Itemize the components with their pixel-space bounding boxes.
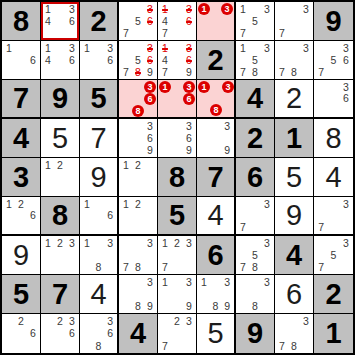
pencil-marks: 378 [276,42,312,78]
cell-r5c5[interactable]: 8 [158,158,197,197]
cell-r4c8[interactable]: 1 [275,119,314,158]
candidate-4: 4 [42,15,54,27]
candidate-3: 3 [104,42,116,54]
pencil-marks: 13467 [159,3,195,39]
given-digit: 7 [207,163,223,192]
candidate-3: 3 [340,198,352,210]
candidate-6: 6 [27,327,39,339]
candidate-6: 6 [104,210,116,222]
candidate-8: 8 [93,261,105,273]
candidate-6: 6 [27,210,39,222]
pencil-marks: 1237 [159,237,195,273]
cell-r4c9[interactable]: 8 [314,119,353,158]
pencil-marks: 13 [198,3,233,39]
pencil-marks: 357 [315,237,352,273]
cell-r4c3[interactable]: 7 [80,119,119,158]
candidate-1: 1 [42,159,54,171]
cell-r1c9[interactable]: 9 [314,2,353,41]
candidate-6: 6 [104,54,116,66]
pencil-marks: 236 [42,315,78,352]
candidate-3: 3 [261,3,273,15]
given-digit: 4 [286,241,302,270]
candidate-7: 7 [237,27,249,39]
entered-digit: 8 [325,124,341,153]
cell-r9c4[interactable]: 4 [119,314,158,353]
given-digit: 9 [247,319,263,348]
candidate-3: 3 [340,81,352,93]
candidate-6: 6 [183,132,195,144]
pencil-marks: 126 [3,198,39,233]
cell-r1c2[interactable]: 1346 [41,2,80,41]
candidate-6: 6 [340,54,352,66]
cell-r7c4[interactable]: 378 [119,236,158,275]
pencil-marks: 378 [120,237,156,273]
candidate-9: 9 [144,300,156,312]
cell-r7c8[interactable]: 4 [275,236,314,275]
cell-r3c6[interactable]: 138 [197,80,236,119]
pencil-marks: 12 [120,159,156,195]
candidate-3: 3 [221,276,233,288]
cell-r5c9[interactable]: 4 [314,158,353,197]
candidate-6-circled: 6 [144,93,156,105]
pencil-marks: 138 [81,237,116,273]
cell-r9c6[interactable]: 5 [197,314,236,353]
given-digit: 6 [207,241,223,270]
cell-r9c8[interactable]: 378 [275,314,314,353]
entered-digit: 2 [286,84,302,113]
candidate-7: 7 [159,340,171,352]
cell-r4c4[interactable]: 369 [119,119,158,158]
candidate-3: 3 [221,120,233,132]
cell-r9c2[interactable]: 236 [41,314,80,353]
candidate-3: 3 [261,42,273,54]
candidate-6: 6 [144,132,156,144]
candidate-7: 7 [315,66,327,78]
pencil-marks: 37 [237,198,273,233]
cell-r8c4[interactable]: 389 [119,275,158,314]
cell-r3c2[interactable]: 9 [41,80,80,119]
candidate-5: 5 [132,54,144,66]
pencil-marks: 356789 [120,42,156,78]
cell-r4c5[interactable]: 369 [158,119,197,158]
cell-r9c3[interactable]: 368 [80,314,119,353]
cell-r2c2[interactable]: 1346 [41,41,80,80]
candidate-3: 3 [66,42,78,54]
pencil-marks: 37 [276,3,312,39]
candidate-1: 1 [120,159,132,171]
cell-r4c6[interactable]: 39 [197,119,236,158]
candidate-3-struck: 3 [183,42,195,54]
candidate-1: 1 [42,3,54,15]
entered-digit: 5 [286,163,302,192]
candidate-3-struck: 3 [144,42,156,54]
candidate-3: 3 [104,315,116,327]
cell-r7c5[interactable]: 1237 [158,236,197,275]
pencil-marks: 1357 [237,3,273,39]
cell-r7c1[interactable]: 9 [2,236,41,275]
pencil-marks: 38 [237,276,273,312]
pencil-marks: 138 [198,81,233,116]
cell-r6c3[interactable]: 16 [80,197,119,236]
candidate-9: 9 [183,300,195,312]
cell-r6c1[interactable]: 126 [2,197,41,236]
candidate-3-circled: 3 [183,81,195,93]
given-digit: 6 [247,163,263,192]
candidate-1: 1 [237,3,249,15]
cell-r2c5[interactable]: 134679 [158,41,197,80]
given-digit: 3 [13,163,29,192]
candidate-4: 4 [42,54,54,66]
cell-r8c8[interactable]: 6 [275,275,314,314]
candidate-2: 2 [54,159,66,171]
cell-r3c7[interactable]: 4 [236,80,275,119]
candidate-9: 9 [221,300,233,312]
candidate-7: 7 [237,66,249,78]
candidate-2: 2 [132,198,144,210]
cell-r5c3[interactable]: 9 [80,158,119,197]
cell-r8c5[interactable]: 139 [158,275,197,314]
entered-digit: 4 [90,280,106,309]
pencil-marks: 39 [198,120,233,156]
cell-r9c7[interactable]: 9 [236,314,275,353]
pencil-marks: 1389 [198,276,233,312]
candidate-3: 3 [144,120,156,132]
cell-r8c7[interactable]: 38 [236,275,275,314]
cell-r4c7[interactable]: 2 [236,119,275,158]
entered-digit: 9 [286,201,302,230]
candidate-3-struck: 3 [183,3,195,15]
candidate-9: 9 [144,144,156,156]
pencil-marks: 368 [120,81,156,116]
candidate-5: 5 [327,249,339,261]
candidate-3: 3 [300,315,312,327]
entered-digit: 9 [13,241,29,270]
cell-r2c8[interactable]: 378 [275,41,314,80]
candidate-7: 7 [120,66,132,78]
given-digit: 1 [325,319,341,348]
pencil-marks: 368 [81,315,116,352]
candidate-9: 9 [183,144,195,156]
pencil-marks: 369 [120,120,156,156]
entered-digit: 4 [207,201,223,230]
cell-r1c1[interactable]: 8 [2,2,41,41]
cell-r2c9[interactable]: 3567 [314,41,353,80]
candidate-3: 3 [300,3,312,15]
candidate-3: 3 [183,276,195,288]
candidate-3: 3 [144,237,156,249]
cell-r7c7[interactable]: 3578 [236,236,275,275]
candidate-3: 3 [183,237,195,249]
given-digit: 2 [325,280,341,309]
candidate-8-circled: 8 [210,104,222,116]
candidate-6: 6 [66,54,78,66]
candidate-6: 6 [104,327,116,339]
candidate-7: 7 [159,66,171,78]
cell-r3c8[interactable]: 2 [275,80,314,119]
entered-digit: 5 [52,124,68,153]
cell-r6c9[interactable]: 37 [314,197,353,236]
pencil-marks: 3567 [120,3,156,39]
cell-r3c3[interactable]: 5 [80,80,119,119]
pencil-marks: 139 [159,276,195,312]
candidate-6: 6 [27,54,39,66]
candidate-7: 7 [276,27,288,39]
candidate-2: 2 [132,159,144,171]
candidate-7: 7 [159,261,171,273]
cell-r2c4[interactable]: 356789 [119,41,158,80]
cell-r4c1[interactable]: 4 [2,119,41,158]
candidate-3: 3 [183,315,195,327]
cell-r5c8[interactable]: 5 [275,158,314,197]
candidate-6: 6 [66,327,78,339]
given-digit: 5 [13,280,29,309]
given-digit: 7 [13,84,29,113]
pencil-marks: 36 [315,81,352,116]
cell-r9c5[interactable]: 237 [158,314,197,353]
cell-r6c6[interactable]: 4 [197,197,236,236]
candidate-6: 6 [340,93,352,105]
candidate-1: 1 [81,198,93,210]
candidate-3: 3 [261,198,273,210]
candidate-2: 2 [54,315,66,327]
candidate-8: 8 [210,300,222,312]
given-digit: 5 [169,201,185,230]
candidate-7: 7 [159,27,171,39]
entered-digit: 9 [90,163,106,192]
entered-digit: 4 [325,163,341,192]
cell-r8c3[interactable]: 4 [80,275,119,314]
pencil-marks: 12 [42,159,78,195]
candidate-3: 3 [300,42,312,54]
candidate-3-circled: 3 [221,3,233,15]
candidate-6-struck: 6 [144,15,156,27]
candidate-1-struck: 1 [159,42,171,54]
candidate-8-circled: 8 [132,105,144,117]
cell-r6c7[interactable]: 37 [236,197,275,236]
candidate-1: 1 [81,42,93,54]
candidate-5: 5 [132,15,144,27]
candidate-7: 7 [315,261,327,273]
entered-digit: 5 [207,319,223,348]
given-digit: 2 [90,7,106,36]
candidate-1: 1 [42,42,54,54]
cell-r6c8[interactable]: 9 [275,197,314,236]
candidate-8: 8 [132,261,144,273]
candidate-4: 4 [159,54,171,66]
cell-r6c2[interactable]: 8 [41,197,80,236]
cell-r2c1[interactable]: 16 [2,41,41,80]
candidate-3: 3 [340,237,352,249]
candidate-6: 6 [66,15,78,27]
candidate-1-struck: 1 [159,3,171,15]
cell-r6c5[interactable]: 5 [158,197,197,236]
candidate-8: 8 [132,300,144,312]
given-digit: 1 [286,124,302,153]
candidate-3-circled: 3 [222,81,234,93]
cell-r4c2[interactable]: 5 [41,119,80,158]
candidate-6-struck: 6 [183,54,195,66]
cell-r2c6[interactable]: 2 [197,41,236,80]
cell-r1c7[interactable]: 1357 [236,2,275,41]
candidate-8: 8 [249,66,261,78]
cell-r8c1[interactable]: 5 [2,275,41,314]
candidate-2: 2 [15,315,27,327]
given-digit: 5 [90,84,106,113]
pencil-marks: 13578 [237,42,273,78]
given-digit: 8 [13,7,29,36]
candidate-1: 1 [42,237,54,249]
cell-r8c6[interactable]: 1389 [197,275,236,314]
cell-r2c7[interactable]: 13578 [236,41,275,80]
candidate-5: 5 [327,54,339,66]
candidate-1: 1 [237,42,249,54]
pencil-marks: 136 [81,42,116,78]
sudoku-board: 8134623567134671313573791613461363567891… [0,0,355,355]
candidate-7: 7 [120,261,132,273]
pencil-marks: 123 [42,237,78,273]
candidate-1: 1 [159,237,171,249]
given-digit: 9 [325,7,341,36]
candidate-1-circled: 1 [159,81,171,93]
candidate-5: 5 [249,15,261,27]
candidate-8: 8 [249,300,261,312]
pencil-marks: 16 [81,198,116,233]
given-digit: 4 [13,124,29,153]
candidate-9: 9 [221,144,233,156]
given-digit: 4 [130,319,146,348]
cell-r8c2[interactable]: 7 [41,275,80,314]
cell-r5c2[interactable]: 12 [41,158,80,197]
candidate-5: 5 [249,249,261,261]
candidate-3: 3 [66,315,78,327]
cell-r7c2[interactable]: 123 [41,236,80,275]
cell-r1c5[interactable]: 13467 [158,2,197,41]
entered-digit: 6 [286,280,302,309]
candidate-8: 8 [93,340,105,352]
cell-r1c3[interactable]: 2 [80,2,119,41]
candidate-9: 9 [183,66,195,78]
pencil-marks: 378 [276,315,312,352]
pencil-marks: 3578 [237,237,273,273]
candidate-3: 3 [104,237,116,249]
candidate-1-circled: 1 [198,3,210,15]
pencil-marks: 237 [159,315,195,352]
candidate-7: 7 [120,27,132,39]
candidate-2: 2 [171,237,183,249]
pencil-marks: 1346 [42,3,78,39]
candidate-1: 1 [198,276,210,288]
candidate-1-circled: 1 [198,81,210,93]
cell-r7c3[interactable]: 138 [80,236,119,275]
cell-r7c9[interactable]: 357 [314,236,353,275]
pencil-marks: 3567 [315,42,352,78]
cell-r3c5[interactable]: 136 [158,80,197,119]
cell-r3c9[interactable]: 36 [314,80,353,119]
candidate-8-struck: 8 [132,66,144,78]
cell-r5c7[interactable]: 6 [236,158,275,197]
candidate-7: 7 [276,66,288,78]
candidate-7: 7 [237,221,249,233]
cell-r5c6[interactable]: 7 [197,158,236,197]
given-digit: 8 [52,201,68,230]
candidate-7: 7 [315,221,327,233]
candidate-8: 8 [288,66,300,78]
candidate-3-struck: 3 [144,3,156,15]
cell-r8c9[interactable]: 2 [314,275,353,314]
candidate-7: 7 [276,340,288,352]
pencil-marks: 12 [120,198,156,233]
cell-r3c1[interactable]: 7 [2,80,41,119]
cell-r5c1[interactable]: 3 [2,158,41,197]
cell-r9c9[interactable]: 1 [314,314,353,353]
given-digit: 4 [247,84,263,113]
candidate-3: 3 [261,237,273,249]
candidate-6-struck: 6 [183,15,195,27]
cell-r1c8[interactable]: 37 [275,2,314,41]
cell-r1c6[interactable]: 13 [197,2,236,41]
given-digit: 8 [169,163,185,192]
candidate-8: 8 [249,261,261,273]
pencil-marks: 26 [3,315,39,352]
entered-digit: 7 [90,124,106,153]
candidate-9: 9 [144,66,156,78]
pencil-marks: 136 [159,81,195,116]
candidate-3: 3 [340,42,352,54]
candidate-6-circled: 6 [183,93,195,105]
pencil-marks: 134679 [159,42,195,78]
given-digit: 2 [207,46,223,75]
cell-r7c6[interactable]: 6 [197,236,236,275]
candidate-2: 2 [15,198,27,210]
pencil-marks: 389 [120,276,156,312]
cell-r5c4[interactable]: 12 [119,158,158,197]
candidate-5: 5 [249,54,261,66]
cell-r6c4[interactable]: 12 [119,197,158,236]
pencil-marks: 37 [315,198,352,233]
candidate-1: 1 [159,276,171,288]
pencil-marks: 1346 [42,42,78,78]
candidate-3: 3 [66,237,78,249]
candidate-8: 8 [288,340,300,352]
given-digit: 9 [52,84,68,113]
cell-r2c3[interactable]: 136 [80,41,119,80]
cell-r1c4[interactable]: 3567 [119,2,158,41]
candidate-1: 1 [81,237,93,249]
candidate-3: 3 [183,120,195,132]
candidate-3-circled: 3 [144,81,156,93]
candidate-1: 1 [120,198,132,210]
cell-r3c4[interactable]: 368 [119,80,158,119]
candidate-4: 4 [159,15,171,27]
candidate-1: 1 [3,198,15,210]
candidate-3: 3 [66,3,78,15]
cell-r9c1[interactable]: 26 [2,314,41,353]
candidate-2: 2 [54,237,66,249]
given-digit: 2 [247,124,263,153]
candidate-3: 3 [144,276,156,288]
candidate-3: 3 [261,276,273,288]
pencil-marks: 369 [159,120,195,156]
candidate-7: 7 [237,261,249,273]
given-digit: 7 [52,280,68,309]
pencil-marks: 16 [3,42,39,78]
candidate-6-struck: 6 [144,54,156,66]
candidate-2: 2 [171,315,183,327]
candidate-1: 1 [3,42,15,54]
